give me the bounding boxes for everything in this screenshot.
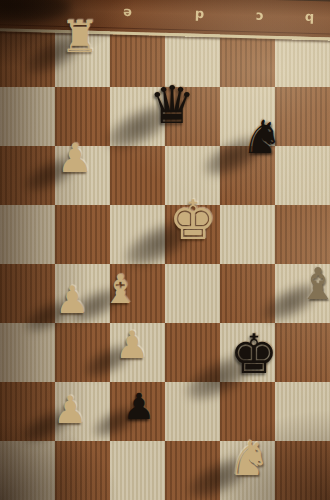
piece-white-rook-f1[interactable]: ♜ — [60, 15, 99, 59]
file-label-c: c — [250, 8, 268, 24]
square-g5[interactable] — [0, 264, 55, 323]
square-g2[interactable] — [0, 87, 55, 146]
square-f4[interactable] — [55, 205, 110, 264]
square-c5[interactable] — [220, 264, 275, 323]
square-g1[interactable] — [0, 28, 55, 87]
square-e8[interactable] — [110, 441, 165, 500]
square-g6[interactable] — [0, 323, 55, 382]
piece-white-pawn-e6[interactable]: ♟ — [115, 326, 149, 364]
square-b2[interactable] — [275, 87, 330, 146]
square-f6[interactable] — [55, 323, 110, 382]
square-g7[interactable] — [0, 382, 55, 441]
square-g8[interactable] — [0, 441, 55, 500]
square-b4[interactable] — [275, 205, 330, 264]
square-b7[interactable] — [275, 382, 330, 441]
piece-white-pawn-f7[interactable]: ♟ — [53, 391, 87, 429]
square-g4[interactable] — [0, 205, 55, 264]
square-g3[interactable] — [0, 146, 55, 205]
piece-white-bishop-b5[interactable]: ♝ — [298, 262, 330, 306]
piece-white-pawn-f3[interactable]: ♟ — [57, 138, 93, 178]
piece-white-king-d4[interactable]: ♚ — [169, 194, 217, 248]
piece-black-knight-c3[interactable]: ♞ — [241, 114, 282, 160]
chess-board-photo: edcb ♜♛♞♟♚♟♝♝♟♚♟♟♞ — [0, 0, 330, 500]
file-label-b: b — [300, 10, 318, 26]
square-d8[interactable] — [165, 441, 220, 500]
piece-white-knight-c8[interactable]: ♞ — [227, 434, 270, 482]
piece-white-pawn-f5[interactable]: ♟ — [55, 281, 89, 319]
square-b8[interactable] — [275, 441, 330, 500]
piece-black-queen-e2[interactable]: ♛ — [149, 79, 196, 131]
square-f8[interactable] — [55, 441, 110, 500]
piece-black-king-c6[interactable]: ♚ — [230, 328, 278, 382]
square-b6[interactable] — [275, 323, 330, 382]
piece-white-bishop-e5[interactable]: ♝ — [102, 269, 138, 309]
piece-black-pawn-e7[interactable]: ♟ — [123, 389, 155, 425]
square-e4[interactable] — [110, 205, 165, 264]
square-e3[interactable] — [110, 146, 165, 205]
square-c4[interactable] — [220, 205, 275, 264]
square-d5[interactable] — [165, 264, 220, 323]
square-b3[interactable] — [275, 146, 330, 205]
square-d7[interactable] — [165, 382, 220, 441]
file-label-e: e — [118, 5, 136, 21]
file-label-d: d — [190, 7, 208, 23]
square-d6[interactable] — [165, 323, 220, 382]
